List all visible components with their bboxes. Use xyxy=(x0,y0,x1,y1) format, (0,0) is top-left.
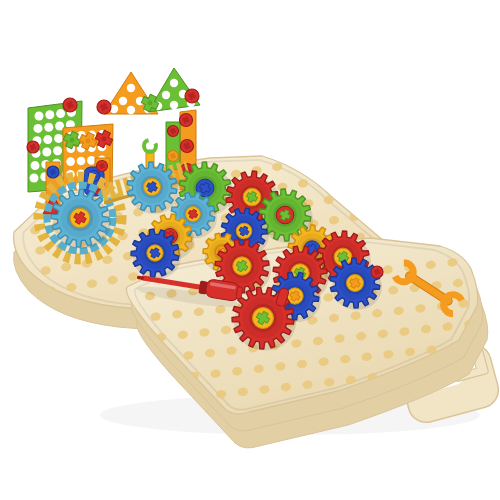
bolt xyxy=(97,161,108,172)
bolt xyxy=(181,140,194,153)
bolt xyxy=(97,100,111,114)
bolt xyxy=(63,98,77,112)
bolt xyxy=(185,89,199,103)
gear-toy-case-photo xyxy=(0,0,500,500)
bolt xyxy=(371,266,383,278)
bolt xyxy=(27,141,39,153)
bolt xyxy=(180,114,193,127)
product-photo-stage xyxy=(0,0,500,500)
mini-wrench-head xyxy=(144,140,156,152)
bolt xyxy=(47,166,59,178)
bolt xyxy=(168,126,179,137)
bolt xyxy=(168,151,179,162)
